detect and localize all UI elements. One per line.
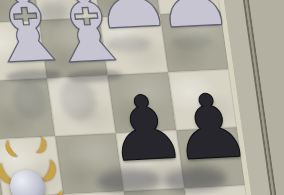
- board-square-r4c4[interactable]: [184, 185, 253, 195]
- black-pawn-2[interactable]: ♟: [165, 82, 256, 174]
- chess-board-3d: ♝♝♟♟♟♟: [0, 0, 284, 195]
- board-square-r2c1[interactable]: [0, 78, 55, 139]
- chess-game-screenshot: ♝♝♟♟♟♟: [0, 0, 284, 195]
- white-pawn-2[interactable]: ♟: [148, 0, 237, 40]
